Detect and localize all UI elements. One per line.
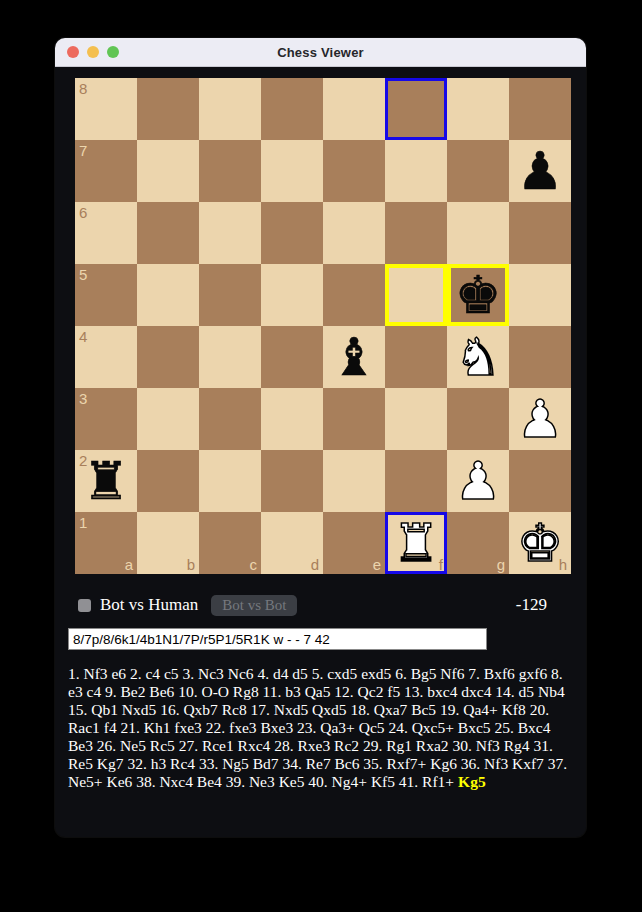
- square-e7[interactable]: [323, 140, 385, 202]
- rank-label-6: 6: [79, 204, 87, 221]
- square-a6[interactable]: 6: [75, 202, 137, 264]
- square-g6[interactable]: [447, 202, 509, 264]
- square-h8[interactable]: [509, 78, 571, 140]
- square-b3[interactable]: [137, 388, 199, 450]
- square-b6[interactable]: [137, 202, 199, 264]
- square-h6[interactable]: [509, 202, 571, 264]
- square-a1[interactable]: 1a: [75, 512, 137, 574]
- square-f3[interactable]: [385, 388, 447, 450]
- file-label-h: h: [559, 556, 567, 573]
- square-f1[interactable]: f♜: [385, 512, 447, 574]
- fen-input[interactable]: [68, 628, 487, 650]
- white-rook[interactable]: ♜: [385, 512, 447, 574]
- file-label-g: g: [497, 556, 505, 573]
- chess-board: 87♟65♚4♝♞3♟2♜♟1abcdef♜gh♚: [75, 78, 571, 574]
- square-f7[interactable]: [385, 140, 447, 202]
- square-d5[interactable]: [261, 264, 323, 326]
- square-c5[interactable]: [199, 264, 261, 326]
- square-a4[interactable]: 4: [75, 326, 137, 388]
- square-e4[interactable]: ♝: [323, 326, 385, 388]
- white-knight[interactable]: ♞: [447, 326, 509, 388]
- square-g5[interactable]: ♚: [447, 264, 509, 326]
- file-label-a: a: [125, 556, 133, 573]
- square-g8[interactable]: [447, 78, 509, 140]
- square-f2[interactable]: [385, 450, 447, 512]
- evaluation-score: -129: [516, 595, 547, 615]
- square-e1[interactable]: e: [323, 512, 385, 574]
- square-f4[interactable]: [385, 326, 447, 388]
- title-bar[interactable]: Chess Viewer: [55, 38, 586, 67]
- square-g3[interactable]: [447, 388, 509, 450]
- white-king[interactable]: ♚: [509, 512, 571, 574]
- square-a8[interactable]: 8: [75, 78, 137, 140]
- square-d3[interactable]: [261, 388, 323, 450]
- black-rook[interactable]: ♜: [75, 450, 137, 512]
- square-b1[interactable]: b: [137, 512, 199, 574]
- close-button[interactable]: [67, 46, 79, 58]
- square-c2[interactable]: [199, 450, 261, 512]
- square-d4[interactable]: [261, 326, 323, 388]
- bot-vs-human-checkbox[interactable]: [78, 599, 91, 612]
- square-h5[interactable]: [509, 264, 571, 326]
- square-a5[interactable]: 5: [75, 264, 137, 326]
- bot-vs-bot-button[interactable]: Bot vs Bot: [211, 595, 297, 616]
- square-c1[interactable]: c: [199, 512, 261, 574]
- file-label-e: e: [373, 556, 381, 573]
- square-e6[interactable]: [323, 202, 385, 264]
- square-f6[interactable]: [385, 202, 447, 264]
- square-c4[interactable]: [199, 326, 261, 388]
- chess-viewer-window: Chess Viewer 87♟65♚4♝♞3♟2♜♟1abcdef♜gh♚ B…: [55, 38, 586, 837]
- rank-label-7: 7: [79, 142, 87, 159]
- moves-text: 1. Nf3 e6 2. c4 c5 3. Nc3 Nc6 4. d4 d5 5…: [68, 665, 567, 790]
- square-b8[interactable]: [137, 78, 199, 140]
- square-e8[interactable]: [323, 78, 385, 140]
- square-e5[interactable]: [323, 264, 385, 326]
- rank-label-1: 1: [79, 514, 87, 531]
- square-b2[interactable]: [137, 450, 199, 512]
- black-pawn[interactable]: ♟: [509, 140, 571, 202]
- square-h1[interactable]: h♚: [509, 512, 571, 574]
- white-pawn[interactable]: ♟: [509, 388, 571, 450]
- square-d2[interactable]: [261, 450, 323, 512]
- square-c7[interactable]: [199, 140, 261, 202]
- square-b7[interactable]: [137, 140, 199, 202]
- square-c3[interactable]: [199, 388, 261, 450]
- zoom-button[interactable]: [107, 46, 119, 58]
- move-list: 1. Nf3 e6 2. c4 c5 3. Nc3 Nc6 4. d4 d5 5…: [68, 665, 574, 791]
- square-h4[interactable]: [509, 326, 571, 388]
- rank-label-3: 3: [79, 390, 87, 407]
- rank-label-2: 2: [79, 452, 87, 469]
- square-d6[interactable]: [261, 202, 323, 264]
- square-d1[interactable]: d: [261, 512, 323, 574]
- square-c6[interactable]: [199, 202, 261, 264]
- square-h3[interactable]: ♟: [509, 388, 571, 450]
- square-d7[interactable]: [261, 140, 323, 202]
- square-h7[interactable]: ♟: [509, 140, 571, 202]
- black-bishop[interactable]: ♝: [323, 326, 385, 388]
- rank-label-5: 5: [79, 266, 87, 283]
- file-label-d: d: [311, 556, 319, 573]
- square-d8[interactable]: [261, 78, 323, 140]
- last-move-highlight: Kg5: [458, 773, 486, 790]
- rank-label-4: 4: [79, 328, 87, 345]
- black-king[interactable]: ♚: [447, 264, 509, 326]
- file-label-b: b: [187, 556, 195, 573]
- rank-label-8: 8: [79, 80, 87, 97]
- white-pawn[interactable]: ♟: [447, 450, 509, 512]
- file-label-c: c: [250, 556, 258, 573]
- square-h2[interactable]: [509, 450, 571, 512]
- square-a3[interactable]: 3: [75, 388, 137, 450]
- square-f5[interactable]: [385, 264, 447, 326]
- bot-vs-human-label: Bot vs Human: [100, 595, 198, 615]
- square-f8[interactable]: [385, 78, 447, 140]
- minimize-button[interactable]: [87, 46, 99, 58]
- square-b5[interactable]: [137, 264, 199, 326]
- controls-row: Bot vs Human Bot vs Bot -129: [68, 594, 586, 616]
- file-label-f: f: [439, 556, 443, 573]
- square-e3[interactable]: [323, 388, 385, 450]
- square-a7[interactable]: 7: [75, 140, 137, 202]
- square-a2[interactable]: 2♜: [75, 450, 137, 512]
- square-e2[interactable]: [323, 450, 385, 512]
- square-c8[interactable]: [199, 78, 261, 140]
- square-b4[interactable]: [137, 326, 199, 388]
- square-g7[interactable]: [447, 140, 509, 202]
- window-title: Chess Viewer: [277, 45, 364, 60]
- square-g4[interactable]: ♞: [447, 326, 509, 388]
- square-g2[interactable]: ♟: [447, 450, 509, 512]
- square-g1[interactable]: g: [447, 512, 509, 574]
